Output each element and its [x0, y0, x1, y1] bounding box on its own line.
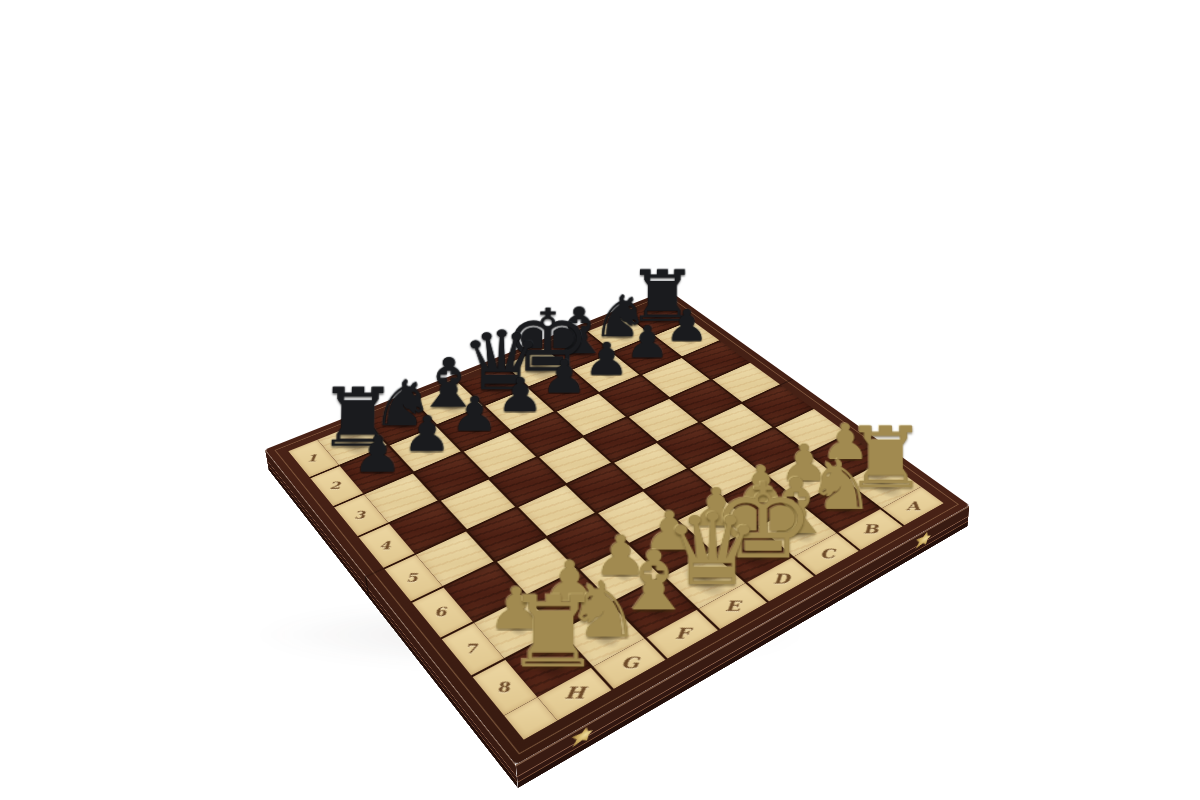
piece-black-pawn-h2[interactable]: ♟: [340, 429, 415, 479]
board-frame: 12345678 ABCDEFGH ♜♞♝♚♛♝♞♜♟♟♟♟♟♟♟♟♟♟♟♟♟♟…: [265, 290, 969, 765]
brass-clasp-icon: [915, 529, 931, 550]
product-photo-stage: 12345678 ABCDEFGH ♜♞♝♚♛♝♞♜♟♟♟♟♟♟♟♟♟♟♟♟♟♟…: [0, 0, 1200, 800]
scene: 12345678 ABCDEFGH ♜♞♝♚♛♝♞♜♟♟♟♟♟♟♟♟♟♟♟♟♟♟…: [0, 0, 1200, 800]
brass-clasp-icon: [572, 724, 594, 749]
chess-board: 12345678 ABCDEFGH ♜♞♝♚♛♝♞♜♟♟♟♟♟♟♟♟♟♟♟♟♟♟…: [265, 290, 969, 765]
piece-gold-rook-h8[interactable]: ♜: [504, 583, 593, 682]
